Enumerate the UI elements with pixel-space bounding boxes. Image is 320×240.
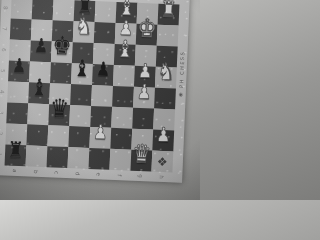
square-b4[interactable]: ♝ bbox=[28, 82, 50, 104]
file-label-e: e bbox=[93, 164, 104, 185]
square-b8[interactable] bbox=[32, 0, 54, 20]
square-e7[interactable] bbox=[94, 22, 116, 44]
square-c5[interactable] bbox=[50, 62, 72, 84]
chessboard-photo: { "game": "chess", "position": { "fen": … bbox=[0, 0, 200, 200]
square-f4[interactable] bbox=[112, 86, 134, 108]
black-king-piece[interactable]: ♚ bbox=[51, 33, 73, 59]
file-label-a: a bbox=[9, 160, 20, 181]
rank-label-6: 6 bbox=[0, 44, 15, 55]
rank-label-8: 8 bbox=[0, 2, 17, 13]
square-d3[interactable] bbox=[69, 105, 91, 127]
square-b2[interactable] bbox=[26, 124, 48, 146]
white-knight-piece[interactable]: ♞ bbox=[155, 59, 177, 85]
black-queen-piece[interactable]: ♛ bbox=[48, 96, 70, 122]
rank-label-2: 2 bbox=[0, 128, 12, 139]
white-pawn-piece[interactable]: ♟ bbox=[90, 119, 112, 145]
black-pawn-piece[interactable]: ♟ bbox=[30, 32, 52, 58]
rank-label-1: 1 bbox=[0, 149, 11, 160]
square-h5[interactable]: ♞ bbox=[155, 67, 177, 89]
white-pawn-piece[interactable]: ♟ bbox=[133, 79, 155, 105]
square-c8[interactable] bbox=[53, 0, 75, 21]
square-e2[interactable]: ♟ bbox=[89, 127, 111, 149]
white-queen-piece[interactable]: ♛ bbox=[131, 142, 153, 168]
square-h4[interactable] bbox=[154, 88, 176, 110]
square-h8[interactable]: ♜ bbox=[158, 4, 180, 26]
black-bishop-piece[interactable]: ♝ bbox=[28, 74, 50, 100]
square-g3[interactable] bbox=[132, 108, 154, 130]
rank-label-5: 5 bbox=[0, 65, 14, 76]
square-f5[interactable] bbox=[113, 65, 135, 87]
rank-label-4: 4 bbox=[0, 86, 13, 97]
square-e4[interactable] bbox=[91, 85, 113, 107]
square-f6[interactable]: ♝ bbox=[114, 44, 136, 66]
square-f3[interactable] bbox=[111, 107, 133, 129]
black-pawn-piece[interactable]: ♟ bbox=[92, 56, 114, 82]
square-b3[interactable] bbox=[27, 103, 49, 125]
brand-text: ◉ PH CHESS bbox=[178, 51, 186, 99]
chess-board: ♜♝♜♞♟♚♟♚♝♟♝♟♟♞♝♟♛♟♟♜♛❖ abcdefgh 87654321… bbox=[0, 0, 190, 183]
file-label-c: c bbox=[51, 162, 62, 183]
black-bishop-piece[interactable]: ♝ bbox=[71, 55, 93, 81]
square-g4[interactable]: ♟ bbox=[133, 87, 155, 109]
white-knight-piece[interactable]: ♞ bbox=[73, 13, 95, 39]
white-rook-piece[interactable]: ♜ bbox=[158, 0, 180, 22]
file-label-h: h bbox=[156, 166, 167, 187]
file-label-b: b bbox=[30, 161, 41, 182]
rank-label-3: 3 bbox=[0, 107, 12, 118]
square-f2[interactable] bbox=[110, 128, 132, 150]
square-d7[interactable]: ♞ bbox=[73, 21, 95, 43]
square-e8[interactable] bbox=[95, 1, 117, 23]
file-label-f: f bbox=[114, 165, 125, 186]
white-pawn-piece[interactable]: ♟ bbox=[152, 121, 174, 147]
white-bishop-piece[interactable]: ♝ bbox=[114, 36, 136, 62]
square-d4[interactable] bbox=[70, 84, 92, 106]
square-h2[interactable]: ♟ bbox=[152, 130, 174, 152]
square-c3[interactable]: ♛ bbox=[48, 104, 70, 126]
square-h7[interactable] bbox=[157, 25, 179, 47]
rank-label-7: 7 bbox=[0, 23, 16, 34]
photo-scene: ♜♝♜♞♟♚♟♚♝♟♝♟♟♞♝♟♛♟♟♜♛❖ abcdefgh 87654321… bbox=[0, 0, 200, 200]
file-label-g: g bbox=[135, 165, 146, 186]
square-d5[interactable]: ♝ bbox=[71, 63, 93, 85]
square-d2[interactable] bbox=[68, 126, 90, 148]
square-e5[interactable]: ♟ bbox=[92, 64, 114, 86]
square-g7[interactable]: ♚ bbox=[136, 24, 158, 46]
square-b6[interactable]: ♟ bbox=[30, 40, 52, 62]
file-label-d: d bbox=[72, 163, 83, 184]
square-c2[interactable] bbox=[47, 125, 69, 147]
white-king-piece[interactable]: ♚ bbox=[136, 16, 158, 42]
square-c6[interactable]: ♚ bbox=[51, 41, 73, 63]
chess-board-squares: ♜♝♜♞♟♚♟♚♝♟♝♟♟♞♝♟♛♟♟♜♛❖ bbox=[5, 0, 180, 172]
